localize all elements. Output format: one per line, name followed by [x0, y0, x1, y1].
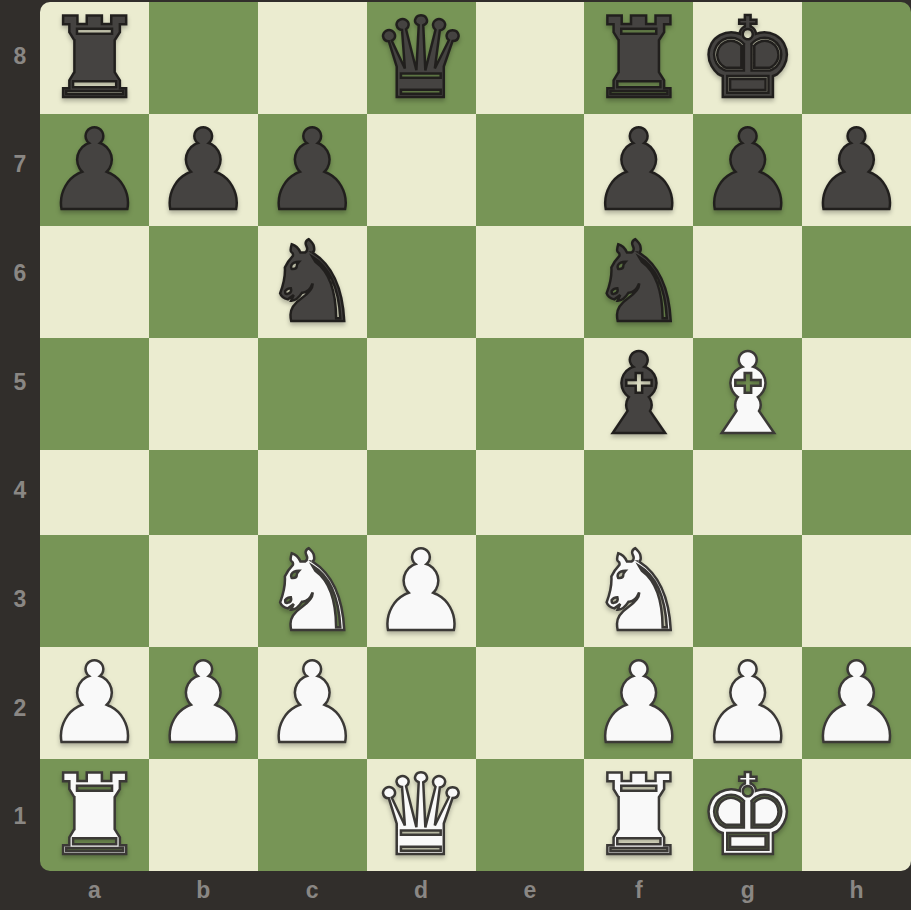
square-b4[interactable]	[149, 450, 258, 535]
white-knight-icon[interactable]: ♞	[589, 535, 689, 647]
chess-board: ♜♛♜♚♟♟♟♟♟♟♞♞♝♝♞♟♞♟♟♟♟♟♟♜♛♜♚	[40, 2, 911, 871]
square-f2[interactable]: ♟	[584, 647, 693, 759]
square-a2[interactable]: ♟	[40, 647, 149, 759]
black-queen-icon[interactable]: ♛	[371, 2, 471, 114]
rank-label-6: 6	[0, 219, 40, 328]
square-e2[interactable]	[476, 647, 585, 759]
white-pawn-icon[interactable]: ♟	[371, 535, 471, 647]
white-king-icon[interactable]: ♚	[697, 759, 797, 871]
white-pawn-icon[interactable]: ♟	[44, 647, 144, 759]
file-label-c: c	[258, 871, 367, 910]
black-pawn-icon[interactable]: ♟	[806, 114, 906, 226]
black-knight-icon[interactable]: ♞	[262, 226, 362, 338]
square-g3[interactable]	[693, 535, 802, 647]
square-h3[interactable]	[802, 535, 911, 647]
square-a5[interactable]	[40, 338, 149, 450]
black-rook-icon[interactable]: ♜	[589, 2, 689, 114]
square-h7[interactable]: ♟	[802, 114, 911, 226]
square-g8[interactable]: ♚	[693, 2, 802, 114]
rank-label-3: 3	[0, 545, 40, 654]
square-b5[interactable]	[149, 338, 258, 450]
square-c8[interactable]	[258, 2, 367, 114]
square-e5[interactable]	[476, 338, 585, 450]
square-c5[interactable]	[258, 338, 367, 450]
square-a3[interactable]	[40, 535, 149, 647]
white-pawn-icon[interactable]: ♟	[806, 647, 906, 759]
square-h2[interactable]: ♟	[802, 647, 911, 759]
square-e8[interactable]	[476, 2, 585, 114]
file-label-b: b	[149, 871, 258, 910]
square-f5[interactable]: ♝	[584, 338, 693, 450]
square-e3[interactable]	[476, 535, 585, 647]
file-label-h: h	[802, 871, 911, 910]
square-e4[interactable]	[476, 450, 585, 535]
square-d8[interactable]: ♛	[367, 2, 476, 114]
white-knight-icon[interactable]: ♞	[262, 535, 362, 647]
square-d1[interactable]: ♛	[367, 759, 476, 871]
square-d2[interactable]	[367, 647, 476, 759]
square-c6[interactable]: ♞	[258, 226, 367, 338]
square-g4[interactable]	[693, 450, 802, 535]
square-f6[interactable]: ♞	[584, 226, 693, 338]
white-rook-icon[interactable]: ♜	[589, 759, 689, 871]
square-g6[interactable]	[693, 226, 802, 338]
white-pawn-icon[interactable]: ♟	[589, 647, 689, 759]
black-pawn-icon[interactable]: ♟	[589, 114, 689, 226]
square-h6[interactable]	[802, 226, 911, 338]
square-d7[interactable]	[367, 114, 476, 226]
rank-label-8: 8	[0, 2, 40, 111]
white-queen-icon[interactable]: ♛	[371, 759, 471, 871]
file-label-d: d	[367, 871, 476, 910]
app-background: { "game": "chess", "position": "r2q1rk1/…	[0, 0, 911, 910]
square-b8[interactable]	[149, 2, 258, 114]
file-label-a: a	[40, 871, 149, 910]
black-king-icon[interactable]: ♚	[697, 2, 797, 114]
square-a4[interactable]	[40, 450, 149, 535]
square-d3[interactable]: ♟	[367, 535, 476, 647]
white-pawn-icon[interactable]: ♟	[262, 647, 362, 759]
square-h5[interactable]	[802, 338, 911, 450]
square-h1[interactable]	[802, 759, 911, 871]
square-b2[interactable]: ♟	[149, 647, 258, 759]
square-h4[interactable]	[802, 450, 911, 535]
black-bishop-icon[interactable]: ♝	[589, 338, 689, 450]
square-g7[interactable]: ♟	[693, 114, 802, 226]
file-label-e: e	[476, 871, 585, 910]
square-h8[interactable]	[802, 2, 911, 114]
rank-label-1: 1	[0, 762, 40, 871]
square-f1[interactable]: ♜	[584, 759, 693, 871]
black-pawn-icon[interactable]: ♟	[262, 114, 362, 226]
white-bishop-icon[interactable]: ♝	[697, 338, 797, 450]
square-d5[interactable]	[367, 338, 476, 450]
square-c2[interactable]: ♟	[258, 647, 367, 759]
square-b3[interactable]	[149, 535, 258, 647]
square-e6[interactable]	[476, 226, 585, 338]
square-b1[interactable]	[149, 759, 258, 871]
black-pawn-icon[interactable]: ♟	[697, 114, 797, 226]
black-pawn-icon[interactable]: ♟	[44, 114, 144, 226]
white-rook-icon[interactable]: ♜	[44, 759, 144, 871]
square-a8[interactable]: ♜	[40, 2, 149, 114]
square-d6[interactable]	[367, 226, 476, 338]
square-a7[interactable]: ♟	[40, 114, 149, 226]
white-pawn-icon[interactable]: ♟	[153, 647, 253, 759]
square-c3[interactable]: ♞	[258, 535, 367, 647]
file-label-g: g	[693, 871, 802, 910]
black-pawn-icon[interactable]: ♟	[153, 114, 253, 226]
square-b7[interactable]: ♟	[149, 114, 258, 226]
white-pawn-icon[interactable]: ♟	[697, 647, 797, 759]
square-c4[interactable]	[258, 450, 367, 535]
square-e7[interactable]	[476, 114, 585, 226]
square-d4[interactable]	[367, 450, 476, 535]
square-a6[interactable]	[40, 226, 149, 338]
black-knight-icon[interactable]: ♞	[589, 226, 689, 338]
rank-label-4: 4	[0, 437, 40, 546]
square-g1[interactable]: ♚	[693, 759, 802, 871]
rank-label-2: 2	[0, 654, 40, 763]
black-rook-icon[interactable]: ♜	[44, 2, 144, 114]
square-c1[interactable]	[258, 759, 367, 871]
square-c7[interactable]: ♟	[258, 114, 367, 226]
square-f8[interactable]: ♜	[584, 2, 693, 114]
square-f4[interactable]	[584, 450, 693, 535]
square-f3[interactable]: ♞	[584, 535, 693, 647]
square-g5[interactable]: ♝	[693, 338, 802, 450]
square-g2[interactable]: ♟	[693, 647, 802, 759]
square-e1[interactable]	[476, 759, 585, 871]
rank-label-7: 7	[0, 111, 40, 220]
rank-label-5: 5	[0, 328, 40, 437]
square-a1[interactable]: ♜	[40, 759, 149, 871]
square-b6[interactable]	[149, 226, 258, 338]
square-f7[interactable]: ♟	[584, 114, 693, 226]
file-label-f: f	[584, 871, 693, 910]
